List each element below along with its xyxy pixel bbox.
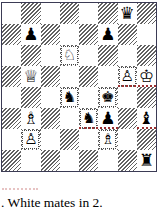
- black-king-icon: ♚: [101, 90, 114, 105]
- black-pawn-icon: ♟: [23, 26, 38, 43]
- chess-diagram: ♛♟♟♘♕♙♔♞♚♗♞♟♝♙♗♜ . White mates in 2.: [0, 0, 159, 217]
- square-d2: [60, 129, 79, 150]
- square-a5: [2, 66, 21, 87]
- square-a2: [2, 129, 21, 150]
- square-a7: [2, 24, 21, 45]
- square-h4: [137, 87, 156, 108]
- square-b4: [21, 87, 40, 108]
- square-c7: [41, 24, 60, 45]
- square-f3: ♟: [98, 108, 117, 129]
- square-b6: [21, 45, 40, 66]
- white-pawn-icon: ♙: [120, 69, 133, 84]
- square-b2: ♙: [21, 129, 40, 150]
- piece-box: ♗: [99, 130, 116, 149]
- square-c6: [41, 45, 60, 66]
- square-h1: ♜: [137, 150, 156, 171]
- square-d1: [60, 150, 79, 171]
- white-pawn-icon: ♙: [24, 132, 37, 147]
- square-a8: [2, 3, 21, 24]
- square-e6: [79, 45, 98, 66]
- square-f6: [98, 45, 117, 66]
- square-b5: ♕: [21, 66, 40, 87]
- square-e4: [79, 87, 98, 108]
- square-g4: [118, 87, 137, 108]
- white-king-icon: ♔: [139, 68, 154, 85]
- square-e5: [79, 66, 98, 87]
- black-bishop-icon: ♝: [139, 110, 154, 127]
- piece-box: ♚: [99, 88, 116, 107]
- square-d5: [60, 66, 79, 87]
- square-f1: [98, 150, 117, 171]
- square-d8: [60, 3, 79, 24]
- square-h5: ♔: [137, 66, 156, 87]
- square-e1: [79, 150, 98, 171]
- square-d4: ♞: [60, 87, 79, 108]
- white-bishop-icon: ♗: [101, 132, 114, 147]
- square-d6: ♘: [60, 45, 79, 66]
- square-g3: [118, 108, 137, 129]
- piece-box: ♞: [80, 109, 97, 128]
- square-c4: [41, 87, 60, 108]
- white-queen-icon: ♕: [23, 68, 38, 85]
- puzzle-caption: . White mates in 2.: [1, 195, 103, 211]
- square-f5: [98, 66, 117, 87]
- square-g2: [118, 129, 137, 150]
- square-e7: [79, 24, 98, 45]
- square-f2: ♗: [98, 129, 117, 150]
- faint-dotted-artifact: [2, 188, 38, 190]
- square-h8: [137, 3, 156, 24]
- square-e8: [79, 3, 98, 24]
- square-h6: [137, 45, 156, 66]
- square-d3: [60, 108, 79, 129]
- square-b7: ♟: [21, 24, 40, 45]
- square-h2: [137, 129, 156, 150]
- white-knight-icon: ♘: [63, 48, 76, 63]
- square-c5: [41, 66, 60, 87]
- square-h7: [137, 24, 156, 45]
- square-f8: [98, 3, 117, 24]
- piece-box: ♙: [119, 67, 136, 86]
- square-e3: ♞: [79, 108, 98, 129]
- black-rook-icon: ♜: [139, 152, 154, 169]
- square-b8: [21, 3, 40, 24]
- square-c3: [41, 108, 60, 129]
- white-bishop-icon: ♗: [23, 110, 38, 127]
- black-pawn-icon: ♟: [100, 26, 115, 43]
- square-f7: ♟: [98, 24, 117, 45]
- square-d7: [60, 24, 79, 45]
- piece-box: ♘: [61, 46, 78, 65]
- square-h3: ♝: [137, 108, 156, 129]
- black-knight-icon: ♞: [63, 90, 76, 105]
- square-g1: [118, 150, 137, 171]
- square-e2: [79, 129, 98, 150]
- piece-box: ♙: [22, 130, 39, 149]
- square-a3: [2, 108, 21, 129]
- square-a6: [2, 45, 21, 66]
- square-c8: [41, 3, 60, 24]
- chess-board: ♛♟♟♘♕♙♔♞♚♗♞♟♝♙♗♜: [1, 2, 157, 172]
- square-g6: [118, 45, 137, 66]
- black-queen-icon: ♛: [120, 5, 135, 22]
- square-c2: [41, 129, 60, 150]
- square-c1: [41, 150, 60, 171]
- square-f4: ♚: [98, 87, 117, 108]
- square-a4: [2, 87, 21, 108]
- square-g7: [118, 24, 137, 45]
- square-b3: ♗: [21, 108, 40, 129]
- square-g5: ♙: [118, 66, 137, 87]
- piece-box: ♞: [61, 88, 78, 107]
- square-g8: ♛: [118, 3, 137, 24]
- square-a1: [2, 150, 21, 171]
- black-pawn-icon: ♟: [100, 110, 115, 127]
- square-b1: [21, 150, 40, 171]
- black-knight-icon: ♞: [82, 111, 95, 126]
